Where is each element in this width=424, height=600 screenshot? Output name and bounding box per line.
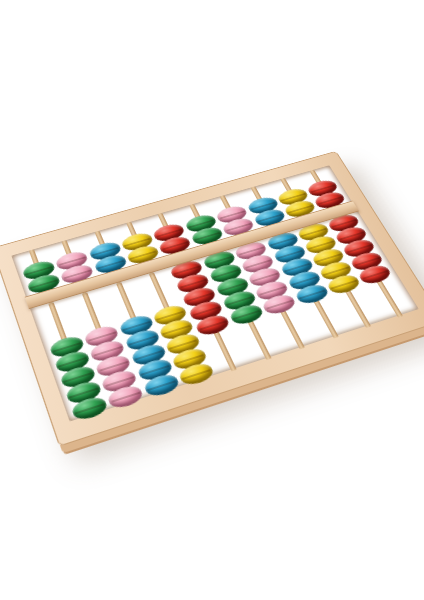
abacus-frame-opening	[11, 165, 418, 421]
product-photo	[0, 0, 424, 600]
